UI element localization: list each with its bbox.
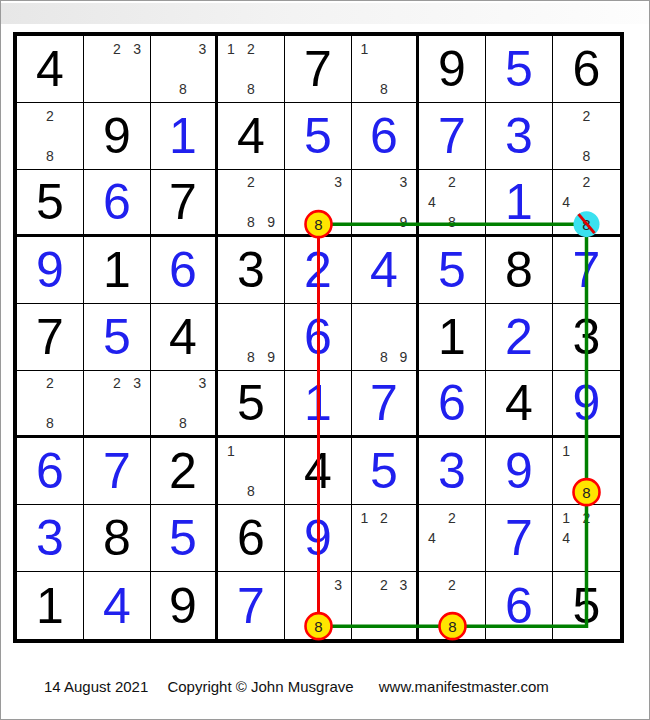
cell-r1c5[interactable]: 7: [285, 36, 352, 103]
cell-value: 9: [17, 237, 83, 303]
cell-value: 6: [218, 505, 284, 571]
candidate-1: 1: [361, 42, 369, 56]
cell-r1c1[interactable]: 4: [17, 36, 84, 103]
candidate-2: 2: [46, 109, 54, 123]
cell-r2c5[interactable]: 5: [285, 103, 352, 170]
candidate-4: 4: [428, 531, 436, 545]
cell-r6c6[interactable]: 7: [352, 371, 419, 438]
candidate-2: 2: [113, 42, 121, 56]
cell-r5c6[interactable]: 89: [352, 304, 419, 371]
cell-r7c2[interactable]: 7: [84, 438, 151, 505]
cell-r4c2[interactable]: 1: [84, 237, 151, 304]
cell-r5c2[interactable]: 5: [84, 304, 151, 371]
cell-value: 8: [84, 505, 150, 571]
cell-value: 1: [285, 371, 351, 435]
cell-value: 5: [151, 505, 215, 571]
cell-value: 7: [352, 371, 416, 435]
cell-value: 2: [486, 304, 552, 370]
candidate-2: 2: [247, 42, 255, 56]
top-gradient-band: [1, 3, 649, 24]
cell-r8c9[interactable]: 124: [553, 505, 620, 572]
cell-r9c1[interactable]: 1: [17, 572, 84, 639]
cell-r8c8[interactable]: 7: [486, 505, 553, 572]
cell-value: 5: [84, 304, 150, 370]
cell-r2c6[interactable]: 6: [352, 103, 419, 170]
footer-copyright: Copyright © John Musgrave: [167, 678, 353, 695]
cell-value: 2: [285, 237, 351, 303]
cell-r3c5[interactable]: 38: [285, 170, 352, 237]
candidate-2: 2: [583, 175, 591, 189]
cell-r7c5[interactable]: 4: [285, 438, 352, 505]
candidate-8: 8: [583, 149, 591, 163]
cell-value: 6: [151, 237, 215, 303]
cell-value: 5: [218, 371, 284, 435]
cell-value: 8: [486, 237, 552, 303]
candidate-2: 2: [583, 109, 591, 123]
cell-value: 1: [486, 170, 552, 234]
cell-r7c3[interactable]: 2: [151, 438, 218, 505]
candidate-8: 8: [179, 82, 187, 96]
cell-value: 7: [285, 36, 351, 102]
candidate-2: 2: [380, 578, 388, 592]
cell-r3c1[interactable]: 5: [17, 170, 84, 237]
cell-r1c3[interactable]: 38: [151, 36, 218, 103]
candidate-8: 8: [380, 82, 388, 96]
cell-value: 6: [553, 36, 620, 102]
cell-value: 7: [486, 505, 552, 571]
cell-value: 9: [151, 572, 215, 639]
cell-r2c9[interactable]: 28: [553, 103, 620, 170]
cell-r3c8[interactable]: 1: [486, 170, 553, 237]
candidate-2: 2: [448, 578, 456, 592]
cell-r5c8[interactable]: 2: [486, 304, 553, 371]
cell-value: 3: [17, 505, 83, 571]
cell-value: 3: [486, 103, 552, 169]
cell-value: 9: [486, 438, 552, 504]
candidate-8: 8: [583, 484, 591, 498]
candidate-3: 3: [334, 578, 342, 592]
cell-value: 5: [352, 438, 416, 504]
cell-value: 7: [218, 572, 284, 639]
cell-r4c7[interactable]: 5: [419, 237, 486, 304]
cell-r4c8[interactable]: 8: [486, 237, 553, 304]
cell-r9c5[interactable]: 38: [285, 572, 352, 639]
cell-value: 9: [419, 36, 485, 102]
candidate-8: 8: [314, 619, 322, 633]
candidate-1: 1: [227, 444, 235, 458]
cell-r3c7[interactable]: 248: [419, 170, 486, 237]
candidate-2: 2: [448, 175, 456, 189]
cell-r1c8[interactable]: 5: [486, 36, 553, 103]
candidate-1: 1: [361, 511, 369, 525]
cell-r9c6[interactable]: 23: [352, 572, 419, 639]
candidate-9: 9: [267, 350, 275, 364]
candidate-3: 3: [199, 376, 207, 390]
cell-value: 1: [151, 103, 215, 169]
cell-r3c9[interactable]: 248: [553, 170, 620, 237]
cell-value: 4: [84, 572, 150, 639]
cell-r5c3[interactable]: 4: [151, 304, 218, 371]
cell-r4c4[interactable]: 3: [218, 237, 285, 304]
cell-value: 6: [17, 438, 83, 504]
cell-r7c8[interactable]: 9: [486, 438, 553, 505]
cell-r5c5[interactable]: 6: [285, 304, 352, 371]
footer-caption: 14 August 2021 Copyright © John Musgrave…: [44, 678, 549, 695]
cell-r6c5[interactable]: 1: [285, 371, 352, 438]
cell-value: 1: [17, 572, 83, 639]
footer-date: 14 August 2021: [44, 678, 148, 695]
cell-r5c1[interactable]: 7: [17, 304, 84, 371]
cell-r1c4[interactable]: 128: [218, 36, 285, 103]
candidate-8: 8: [247, 82, 255, 96]
candidate-2: 2: [247, 175, 255, 189]
cell-value: 6: [84, 170, 150, 234]
candidate-2: 2: [113, 376, 121, 390]
candidate-9: 9: [400, 350, 408, 364]
cell-r5c7[interactable]: 1: [419, 304, 486, 371]
cell-r3c2[interactable]: 6: [84, 170, 151, 237]
candidate-8: 8: [448, 619, 456, 633]
cell-r4c1[interactable]: 9: [17, 237, 84, 304]
candidate-8: 8: [247, 215, 255, 229]
cell-r8c5[interactable]: 9: [285, 505, 352, 572]
candidate-3: 3: [400, 578, 408, 592]
cell-r4c9[interactable]: 7: [553, 237, 620, 304]
cell-value: 4: [17, 36, 83, 102]
cell-r1c7[interactable]: 9: [419, 36, 486, 103]
cell-r9c2[interactable]: 4: [84, 572, 151, 639]
candidate-2: 2: [583, 511, 591, 525]
cell-r7c1[interactable]: 6: [17, 438, 84, 505]
candidate-9: 9: [400, 215, 408, 229]
cell-value: 4: [151, 304, 215, 370]
cell-r6c4[interactable]: 5: [218, 371, 285, 438]
cell-r9c7[interactable]: 28: [419, 572, 486, 639]
footer-website: www.manifestmaster.com: [379, 678, 549, 695]
cell-r9c4[interactable]: 7: [218, 572, 285, 639]
candidate-8: 8: [247, 350, 255, 364]
cell-value: 5: [17, 170, 83, 234]
candidate-3: 3: [400, 175, 408, 189]
cell-r1c6[interactable]: 18: [352, 36, 419, 103]
cell-r8c6[interactable]: 12: [352, 505, 419, 572]
candidate-1: 1: [562, 444, 570, 458]
cell-value: 3: [419, 438, 485, 504]
cell-value: 9: [553, 371, 620, 435]
cell-r7c9[interactable]: 18: [553, 438, 620, 505]
cell-value: 9: [285, 505, 351, 571]
cell-r8c3[interactable]: 5: [151, 505, 218, 572]
cell-r7c4[interactable]: 18: [218, 438, 285, 505]
cell-r2c7[interactable]: 7: [419, 103, 486, 170]
cell-r2c3[interactable]: 1: [151, 103, 218, 170]
candidate-2: 2: [448, 511, 456, 525]
candidate-8: 8: [179, 416, 187, 430]
cell-r6c7[interactable]: 6: [419, 371, 486, 438]
cell-r9c8[interactable]: 6: [486, 572, 553, 639]
cell-r6c1[interactable]: 28: [17, 371, 84, 438]
candidate-3: 3: [334, 175, 342, 189]
cell-value: 7: [553, 237, 620, 303]
candidate-8: 8: [46, 149, 54, 163]
candidate-9: 9: [267, 215, 275, 229]
cell-r5c9[interactable]: 3: [553, 304, 620, 371]
cell-value: 2: [151, 438, 215, 504]
candidate-4: 4: [428, 195, 436, 209]
cell-value: 4: [486, 371, 552, 435]
cell-value: 9: [84, 103, 150, 169]
cell-value: 4: [285, 438, 351, 504]
cell-value: 3: [553, 304, 620, 370]
cell-value: 7: [151, 170, 215, 234]
cell-r3c6[interactable]: 39: [352, 170, 419, 237]
candidate-3: 3: [133, 376, 141, 390]
sudoku-page: 4233812871895628914567328567289383924812…: [0, 0, 650, 720]
cell-r4c5[interactable]: 2: [285, 237, 352, 304]
cell-value: 4: [218, 103, 284, 169]
cell-r6c8[interactable]: 4: [486, 371, 553, 438]
cell-r7c7[interactable]: 3: [419, 438, 486, 505]
cell-r2c4[interactable]: 4: [218, 103, 285, 170]
cell-r7c6[interactable]: 5: [352, 438, 419, 505]
cell-r5c4[interactable]: 89: [218, 304, 285, 371]
cell-r2c1[interactable]: 28: [17, 103, 84, 170]
candidate-1: 1: [562, 511, 570, 525]
cell-value: 3: [218, 237, 284, 303]
cell-value: 1: [84, 237, 150, 303]
cell-value: 6: [419, 371, 485, 435]
cell-value: 6: [352, 103, 416, 169]
candidate-8: 8: [247, 484, 255, 498]
cell-value: 7: [419, 103, 485, 169]
cell-r6c2[interactable]: 23: [84, 371, 151, 438]
cell-r8c2[interactable]: 8: [84, 505, 151, 572]
cell-r4c3[interactable]: 6: [151, 237, 218, 304]
cell-value: 6: [486, 572, 552, 639]
candidate-8: 8: [314, 215, 322, 229]
cell-value: 5: [553, 572, 620, 639]
candidate-2: 2: [46, 376, 54, 390]
cell-value: 6: [285, 304, 351, 370]
candidate-4: 4: [562, 195, 570, 209]
cell-r8c1[interactable]: 3: [17, 505, 84, 572]
candidate-2: 2: [380, 511, 388, 525]
cell-r2c8[interactable]: 3: [486, 103, 553, 170]
cell-value: 7: [17, 304, 83, 370]
sudoku-board: 4233812871895628914567328567289383924812…: [13, 32, 624, 643]
cell-r9c3[interactable]: 9: [151, 572, 218, 639]
cell-r8c4[interactable]: 6: [218, 505, 285, 572]
cell-r4c6[interactable]: 4: [352, 237, 419, 304]
candidate-8: 8: [448, 215, 456, 229]
cell-r1c9[interactable]: 6: [553, 36, 620, 103]
cell-value: 5: [419, 237, 485, 303]
candidate-1: 1: [227, 42, 235, 56]
candidate-8: 8: [46, 416, 54, 430]
candidate-8: 8: [380, 350, 388, 364]
cell-r2c2[interactable]: 9: [84, 103, 151, 170]
cell-r3c4[interactable]: 289: [218, 170, 285, 237]
cell-value: 5: [486, 36, 552, 102]
cell-r6c3[interactable]: 38: [151, 371, 218, 438]
cell-r3c3[interactable]: 7: [151, 170, 218, 237]
candidate-8: 8: [583, 215, 591, 229]
cell-value: 7: [84, 438, 150, 504]
cell-r6c9[interactable]: 9: [553, 371, 620, 438]
candidate-3: 3: [199, 42, 207, 56]
cell-value: 5: [285, 103, 351, 169]
candidate-3: 3: [133, 42, 141, 56]
cell-value: 4: [352, 237, 416, 303]
cell-r1c2[interactable]: 23: [84, 36, 151, 103]
cell-value: 1: [419, 304, 485, 370]
cell-r9c9[interactable]: 5: [553, 572, 620, 639]
cell-r8c7[interactable]: 24: [419, 505, 486, 572]
candidate-4: 4: [562, 531, 570, 545]
